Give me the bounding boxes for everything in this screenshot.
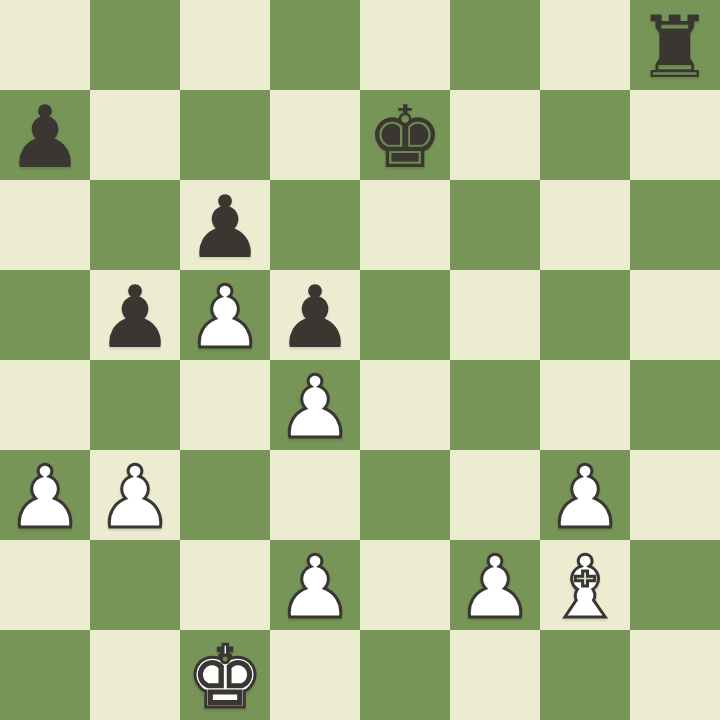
square-b6[interactable]: [90, 180, 180, 270]
square-f8[interactable]: [450, 0, 540, 90]
square-f7[interactable]: [450, 90, 540, 180]
square-e5[interactable]: [360, 270, 450, 360]
piece-white-bishop[interactable]: ♝: [546, 544, 623, 630]
square-h8[interactable]: ♜: [630, 0, 720, 90]
square-a3[interactable]: ♟: [0, 450, 90, 540]
square-h5[interactable]: [630, 270, 720, 360]
square-h6[interactable]: [630, 180, 720, 270]
square-a1[interactable]: [0, 630, 90, 720]
square-e4[interactable]: [360, 360, 450, 450]
square-b8[interactable]: [90, 0, 180, 90]
piece-white-pawn[interactable]: ♟: [6, 454, 83, 540]
square-h1[interactable]: [630, 630, 720, 720]
piece-white-pawn[interactable]: ♟: [276, 544, 353, 630]
square-c7[interactable]: [180, 90, 270, 180]
piece-white-pawn[interactable]: ♟: [186, 274, 263, 360]
square-b4[interactable]: [90, 360, 180, 450]
square-e6[interactable]: [360, 180, 450, 270]
square-c3[interactable]: [180, 450, 270, 540]
square-b3[interactable]: ♟: [90, 450, 180, 540]
piece-black-pawn[interactable]: ♟: [186, 184, 263, 270]
square-e8[interactable]: [360, 0, 450, 90]
square-g2[interactable]: ♝: [540, 540, 630, 630]
piece-white-pawn[interactable]: ♟: [546, 454, 623, 540]
square-f5[interactable]: [450, 270, 540, 360]
square-c6[interactable]: ♟: [180, 180, 270, 270]
chess-board-container: ♜♟♚♟♟♟♟♟♟♟♟♟♟♝♚: [0, 0, 720, 720]
square-e3[interactable]: [360, 450, 450, 540]
square-a8[interactable]: [0, 0, 90, 90]
square-d6[interactable]: [270, 180, 360, 270]
square-a6[interactable]: [0, 180, 90, 270]
square-a5[interactable]: [0, 270, 90, 360]
square-c4[interactable]: [180, 360, 270, 450]
square-g6[interactable]: [540, 180, 630, 270]
square-e2[interactable]: [360, 540, 450, 630]
square-d4[interactable]: ♟: [270, 360, 360, 450]
square-h7[interactable]: [630, 90, 720, 180]
square-g3[interactable]: ♟: [540, 450, 630, 540]
chess-board: ♜♟♚♟♟♟♟♟♟♟♟♟♟♝♚: [0, 0, 720, 720]
square-b1[interactable]: [90, 630, 180, 720]
piece-black-pawn[interactable]: ♟: [6, 94, 83, 180]
square-g1[interactable]: [540, 630, 630, 720]
square-b5[interactable]: ♟: [90, 270, 180, 360]
square-a2[interactable]: [0, 540, 90, 630]
piece-white-pawn[interactable]: ♟: [276, 364, 353, 450]
square-f4[interactable]: [450, 360, 540, 450]
square-d8[interactable]: [270, 0, 360, 90]
square-a7[interactable]: ♟: [0, 90, 90, 180]
piece-white-king[interactable]: ♚: [186, 634, 263, 720]
piece-black-king[interactable]: ♚: [366, 94, 443, 180]
square-h2[interactable]: [630, 540, 720, 630]
square-f6[interactable]: [450, 180, 540, 270]
square-f3[interactable]: [450, 450, 540, 540]
piece-white-pawn[interactable]: ♟: [456, 544, 533, 630]
square-d2[interactable]: ♟: [270, 540, 360, 630]
piece-black-pawn[interactable]: ♟: [276, 274, 353, 360]
square-d5[interactable]: ♟: [270, 270, 360, 360]
square-c5[interactable]: ♟: [180, 270, 270, 360]
square-c8[interactable]: [180, 0, 270, 90]
square-h4[interactable]: [630, 360, 720, 450]
piece-black-pawn[interactable]: ♟: [96, 274, 173, 360]
square-g4[interactable]: [540, 360, 630, 450]
square-g7[interactable]: [540, 90, 630, 180]
square-g8[interactable]: [540, 0, 630, 90]
piece-white-pawn[interactable]: ♟: [96, 454, 173, 540]
square-b2[interactable]: [90, 540, 180, 630]
square-d3[interactable]: [270, 450, 360, 540]
square-c2[interactable]: [180, 540, 270, 630]
piece-black-rook[interactable]: ♜: [636, 4, 713, 90]
square-g5[interactable]: [540, 270, 630, 360]
square-a4[interactable]: [0, 360, 90, 450]
square-b7[interactable]: [90, 90, 180, 180]
square-f1[interactable]: [450, 630, 540, 720]
square-f2[interactable]: ♟: [450, 540, 540, 630]
square-e7[interactable]: ♚: [360, 90, 450, 180]
square-e1[interactable]: [360, 630, 450, 720]
square-d7[interactable]: [270, 90, 360, 180]
square-d1[interactable]: [270, 630, 360, 720]
square-c1[interactable]: ♚: [180, 630, 270, 720]
square-h3[interactable]: [630, 450, 720, 540]
